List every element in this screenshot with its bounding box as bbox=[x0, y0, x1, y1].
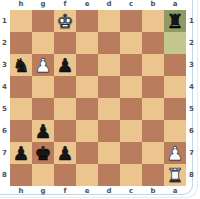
square-h8[interactable] bbox=[10, 164, 32, 186]
file-label-h: h bbox=[10, 0, 32, 9]
square-d3[interactable] bbox=[98, 54, 120, 76]
rank-label-2: 2 bbox=[0, 32, 9, 54]
square-b6[interactable] bbox=[142, 120, 164, 142]
square-f3[interactable]: ♟ bbox=[54, 54, 76, 76]
file-label-a: a bbox=[164, 187, 186, 196]
square-g5[interactable] bbox=[32, 98, 54, 120]
square-g4[interactable] bbox=[32, 76, 54, 98]
white-king[interactable]: ♚ bbox=[54, 10, 76, 32]
square-g3[interactable]: ♟ bbox=[32, 54, 54, 76]
square-g8[interactable] bbox=[32, 164, 54, 186]
square-a2[interactable] bbox=[164, 32, 186, 54]
file-labels-top: hgfedcba bbox=[10, 0, 186, 9]
file-label-e: e bbox=[76, 187, 98, 196]
square-a1[interactable]: ♜ bbox=[164, 10, 186, 32]
square-a5[interactable] bbox=[164, 98, 186, 120]
square-a6[interactable] bbox=[164, 120, 186, 142]
rank-label-7: 7 bbox=[0, 142, 9, 164]
file-label-g: g bbox=[32, 0, 54, 9]
file-label-b: b bbox=[142, 187, 164, 196]
rank-label-8: 8 bbox=[0, 164, 9, 186]
square-b5[interactable] bbox=[142, 98, 164, 120]
chess-board[interactable]: ♚♜♞♟♟♟♟♚♟♟♜ bbox=[10, 10, 186, 186]
white-rook[interactable]: ♜ bbox=[164, 164, 186, 186]
square-d6[interactable] bbox=[98, 120, 120, 142]
square-e2[interactable] bbox=[76, 32, 98, 54]
square-h2[interactable] bbox=[10, 32, 32, 54]
square-a3[interactable] bbox=[164, 54, 186, 76]
square-b2[interactable] bbox=[142, 32, 164, 54]
white-pawn[interactable]: ♟ bbox=[164, 142, 186, 164]
rank-label-4: 4 bbox=[0, 76, 9, 98]
file-label-c: c bbox=[120, 0, 142, 9]
rank-label-1: 1 bbox=[0, 10, 9, 32]
black-knight[interactable]: ♞ bbox=[10, 54, 32, 76]
square-f6[interactable] bbox=[54, 120, 76, 142]
file-label-c: c bbox=[120, 187, 142, 196]
rank-label-5: 5 bbox=[0, 98, 9, 120]
square-c7[interactable] bbox=[120, 142, 142, 164]
rank-label-5: 5 bbox=[187, 98, 196, 120]
rank-label-6: 6 bbox=[0, 120, 9, 142]
square-h6[interactable] bbox=[10, 120, 32, 142]
file-label-d: d bbox=[98, 0, 120, 9]
square-c5[interactable] bbox=[120, 98, 142, 120]
square-h3[interactable]: ♞ bbox=[10, 54, 32, 76]
square-f7[interactable]: ♟ bbox=[54, 142, 76, 164]
file-labels-bottom: hgfedcba bbox=[10, 187, 186, 196]
black-rook[interactable]: ♜ bbox=[164, 10, 186, 32]
file-label-a: a bbox=[164, 0, 186, 9]
square-g2[interactable] bbox=[32, 32, 54, 54]
white-pawn[interactable]: ♟ bbox=[32, 54, 54, 76]
square-a4[interactable] bbox=[164, 76, 186, 98]
black-pawn[interactable]: ♟ bbox=[32, 120, 54, 142]
square-h7[interactable]: ♟ bbox=[10, 142, 32, 164]
square-b4[interactable] bbox=[142, 76, 164, 98]
square-c8[interactable] bbox=[120, 164, 142, 186]
square-f8[interactable] bbox=[54, 164, 76, 186]
rank-label-1: 1 bbox=[187, 10, 196, 32]
square-c3[interactable] bbox=[120, 54, 142, 76]
rank-label-6: 6 bbox=[187, 120, 196, 142]
rank-label-4: 4 bbox=[187, 76, 196, 98]
square-f1[interactable]: ♚ bbox=[54, 10, 76, 32]
rank-labels-left: 12345678 bbox=[0, 10, 9, 186]
rank-label-2: 2 bbox=[187, 32, 196, 54]
square-a8[interactable]: ♜ bbox=[164, 164, 186, 186]
square-e1[interactable] bbox=[76, 10, 98, 32]
file-label-g: g bbox=[32, 187, 54, 196]
square-c2[interactable] bbox=[120, 32, 142, 54]
square-d2[interactable] bbox=[98, 32, 120, 54]
rank-labels-right: 12345678 bbox=[187, 10, 196, 186]
file-label-e: e bbox=[76, 0, 98, 9]
square-g7[interactable]: ♚ bbox=[32, 142, 54, 164]
square-e4[interactable] bbox=[76, 76, 98, 98]
file-label-d: d bbox=[98, 187, 120, 196]
square-f2[interactable] bbox=[54, 32, 76, 54]
square-f5[interactable] bbox=[54, 98, 76, 120]
square-b8[interactable] bbox=[142, 164, 164, 186]
square-d4[interactable] bbox=[98, 76, 120, 98]
square-d8[interactable] bbox=[98, 164, 120, 186]
square-c6[interactable] bbox=[120, 120, 142, 142]
square-f4[interactable] bbox=[54, 76, 76, 98]
file-label-h: h bbox=[10, 187, 32, 196]
file-label-f: f bbox=[54, 0, 76, 9]
black-pawn[interactable]: ♟ bbox=[54, 142, 76, 164]
square-c4[interactable] bbox=[120, 76, 142, 98]
square-e7[interactable] bbox=[76, 142, 98, 164]
square-d1[interactable] bbox=[98, 10, 120, 32]
black-pawn[interactable]: ♟ bbox=[54, 54, 76, 76]
square-a7[interactable]: ♟ bbox=[164, 142, 186, 164]
square-h1[interactable] bbox=[10, 10, 32, 32]
rank-label-7: 7 bbox=[187, 142, 196, 164]
rank-label-3: 3 bbox=[187, 54, 196, 76]
rank-label-8: 8 bbox=[187, 164, 196, 186]
square-d5[interactable] bbox=[98, 98, 120, 120]
square-b7[interactable] bbox=[142, 142, 164, 164]
square-e5[interactable] bbox=[76, 98, 98, 120]
square-h5[interactable] bbox=[10, 98, 32, 120]
file-label-f: f bbox=[54, 187, 76, 196]
square-b3[interactable] bbox=[142, 54, 164, 76]
file-label-b: b bbox=[142, 0, 164, 9]
black-king[interactable]: ♚ bbox=[32, 142, 54, 164]
square-c1[interactable] bbox=[120, 10, 142, 32]
square-b1[interactable] bbox=[142, 10, 164, 32]
black-pawn[interactable]: ♟ bbox=[10, 142, 32, 164]
square-e8[interactable] bbox=[76, 164, 98, 186]
square-g6[interactable]: ♟ bbox=[32, 120, 54, 142]
square-e3[interactable] bbox=[76, 54, 98, 76]
square-d7[interactable] bbox=[98, 142, 120, 164]
rank-label-3: 3 bbox=[0, 54, 9, 76]
square-g1[interactable] bbox=[32, 10, 54, 32]
square-h4[interactable] bbox=[10, 76, 32, 98]
square-e6[interactable] bbox=[76, 120, 98, 142]
